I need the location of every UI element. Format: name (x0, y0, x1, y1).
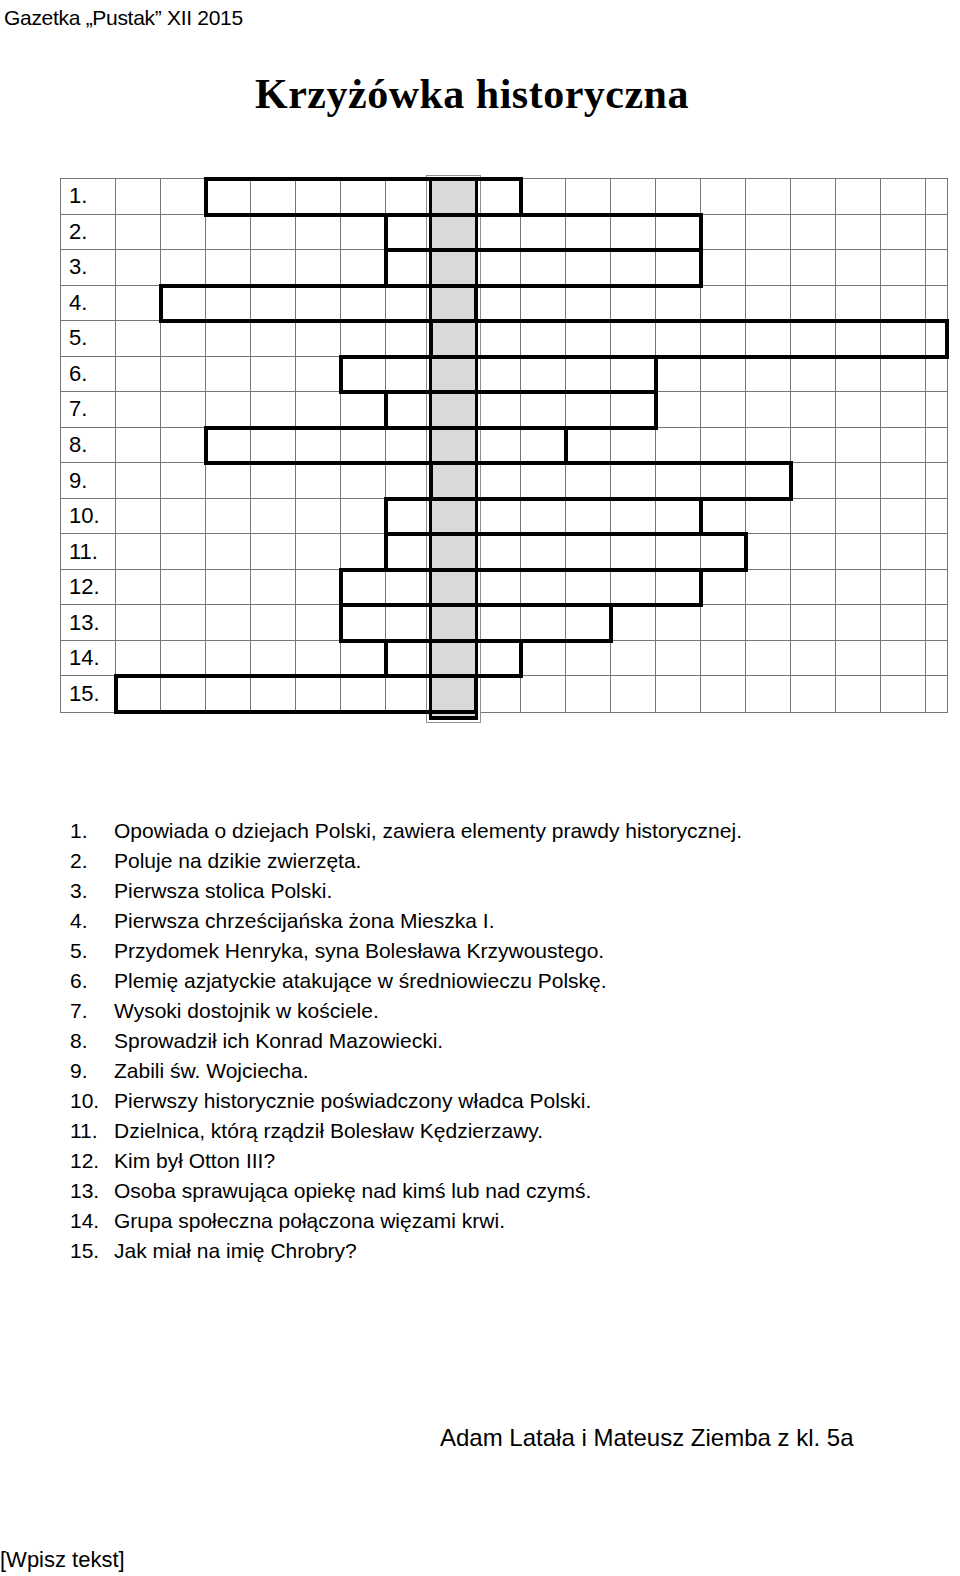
grid-cell (296, 179, 341, 215)
clue-number: 4. (70, 909, 114, 933)
grid-cell (521, 286, 566, 322)
clue-text: Pierwsza stolica Polski. (114, 879, 332, 903)
clue-text: Pierwsza chrześcijańska żona Mieszka I. (114, 909, 494, 933)
grid-cell (161, 215, 206, 251)
grid-cell (611, 392, 656, 428)
grid-cell (791, 179, 836, 215)
grid-cell (161, 179, 206, 215)
grid-cell (386, 250, 431, 286)
grid-cell (926, 321, 947, 357)
clue-text: Sprowadził ich Konrad Mazowiecki. (114, 1029, 443, 1053)
grid-cell (251, 392, 296, 428)
grid-cell (566, 321, 611, 357)
authors-credit: Adam Latała i Mateusz Ziemba z kl. 5a (440, 1424, 854, 1452)
grid-cell (791, 499, 836, 535)
grid-cell (476, 392, 521, 428)
grid-cell (116, 570, 161, 606)
grid-cell (251, 321, 296, 357)
grid-cell (791, 641, 836, 677)
grid-cell (881, 215, 926, 251)
clue-item: 4.Pierwsza chrześcijańska żona Mieszka I… (70, 906, 930, 936)
grid-cell (611, 179, 656, 215)
grid-cell (251, 215, 296, 251)
grid-cell (611, 250, 656, 286)
grid-cell (386, 428, 431, 464)
grid-cell (161, 641, 206, 677)
grid-cell (296, 321, 341, 357)
grid-cell (791, 215, 836, 251)
grid-cell (656, 179, 701, 215)
grid-cell (746, 570, 791, 606)
grid-cell (251, 357, 296, 393)
clue-number: 10. (70, 1089, 114, 1113)
grid-cell (341, 357, 386, 393)
clue-number: 15. (70, 1239, 114, 1263)
grid-cell (746, 286, 791, 322)
grid-cell (296, 676, 341, 712)
grid-cell (386, 357, 431, 393)
grid-cell (746, 499, 791, 535)
grid-cell (566, 570, 611, 606)
grid-cell (836, 179, 881, 215)
row-label: 11. (61, 534, 116, 570)
grid-cell (206, 215, 251, 251)
grid-cell (836, 215, 881, 251)
grid-cell (296, 215, 341, 251)
grid-cell (881, 428, 926, 464)
clue-text: Kim był Otton III? (114, 1149, 275, 1173)
grid-cell (836, 392, 881, 428)
grid-cell (656, 286, 701, 322)
grid-cell (836, 250, 881, 286)
grid-cell (251, 250, 296, 286)
grid-cell (791, 286, 836, 322)
row-label: 14. (61, 641, 116, 677)
grid-cell (926, 463, 947, 499)
grid-cell (476, 250, 521, 286)
grid-cell (476, 534, 521, 570)
grid-cell (836, 321, 881, 357)
grid-cell (566, 179, 611, 215)
grid-cell (116, 499, 161, 535)
grid-cell (566, 250, 611, 286)
clue-number: 5. (70, 939, 114, 963)
grid-cell (836, 463, 881, 499)
clue-item: 14.Grupa społeczna połączona więzami krw… (70, 1206, 930, 1236)
grid-cell (791, 570, 836, 606)
grid-cell (206, 321, 251, 357)
grid-cell (251, 428, 296, 464)
clue-number: 2. (70, 849, 114, 873)
clue-text: Pierwszy historycznie poświadczony władc… (114, 1089, 591, 1113)
grid-cell (116, 641, 161, 677)
grid-cell (611, 570, 656, 606)
grid-cell (161, 463, 206, 499)
grid-cell (206, 428, 251, 464)
row-label: 13. (61, 605, 116, 641)
grid-cell (521, 499, 566, 535)
grid-cell (206, 605, 251, 641)
row-label: 8. (61, 428, 116, 464)
clue-item: 8.Sprowadził ich Konrad Mazowiecki. (70, 1026, 930, 1056)
grid-cell (566, 428, 611, 464)
clue-item: 7.Wysoki dostojnik w kościele. (70, 996, 930, 1026)
grid-cell (476, 570, 521, 606)
grid-cell (791, 534, 836, 570)
row-label: 15. (61, 676, 116, 712)
grid-cell (296, 534, 341, 570)
grid-cell (791, 392, 836, 428)
row-label: 5. (61, 321, 116, 357)
grid-cell (296, 570, 341, 606)
row-label: 12. (61, 570, 116, 606)
row-label: 7. (61, 392, 116, 428)
grid-cell (566, 392, 611, 428)
grid-cell (521, 534, 566, 570)
grid-cell (476, 676, 521, 712)
grid-cell (701, 357, 746, 393)
clue-list: 1.Opowiada o dziejach Polski, zawiera el… (70, 816, 930, 1266)
grid-cell (656, 534, 701, 570)
clue-number: 3. (70, 879, 114, 903)
grid-cell (701, 321, 746, 357)
grid-cell (926, 428, 947, 464)
grid-cell (746, 179, 791, 215)
grid-cell (341, 676, 386, 712)
grid-cell (161, 286, 206, 322)
grid-cell (521, 676, 566, 712)
grid-cell (341, 215, 386, 251)
grid-cell (881, 286, 926, 322)
grid-cell (611, 676, 656, 712)
grid-cell (836, 570, 881, 606)
grid-cell (611, 499, 656, 535)
grid-cell (116, 428, 161, 464)
grid-cell (746, 321, 791, 357)
grid-cell (161, 676, 206, 712)
grid-cell (881, 676, 926, 712)
grid-cell (746, 215, 791, 251)
grid-cell (116, 392, 161, 428)
grid-cell (701, 570, 746, 606)
grid-cell (656, 463, 701, 499)
grid-cell (386, 641, 431, 677)
clue-text: Opowiada o dziejach Polski, zawiera elem… (114, 819, 742, 843)
grid-cell (386, 392, 431, 428)
grid-cell (251, 605, 296, 641)
grid-cell (341, 463, 386, 499)
grid-cell (656, 428, 701, 464)
grid-cell (251, 179, 296, 215)
grid-cell (251, 463, 296, 499)
grid-cell (566, 676, 611, 712)
grid-cell (116, 179, 161, 215)
grid-cell (161, 250, 206, 286)
grid-cell (116, 250, 161, 286)
grid-cell (476, 499, 521, 535)
grid-cell (116, 676, 161, 712)
grid-cell (386, 463, 431, 499)
clue-text: Plemię azjatyckie atakujące w średniowie… (114, 969, 607, 993)
grid-cell (881, 534, 926, 570)
grid-cell (881, 499, 926, 535)
grid-cell (206, 534, 251, 570)
grid-cell (791, 357, 836, 393)
grid-cell (746, 392, 791, 428)
grid-cell (341, 250, 386, 286)
grid-cell (656, 250, 701, 286)
grid-cell (341, 179, 386, 215)
grid-cell (341, 392, 386, 428)
grid-cell (746, 676, 791, 712)
row-label: 1. (61, 179, 116, 215)
row-label: 4. (61, 286, 116, 322)
grid-cell (656, 499, 701, 535)
grid-cell (386, 605, 431, 641)
grid-cell (116, 605, 161, 641)
grid-cell (746, 534, 791, 570)
grid-cell (161, 605, 206, 641)
clue-number: 9. (70, 1059, 114, 1083)
clue-number: 1. (70, 819, 114, 843)
grid-cell (881, 463, 926, 499)
grid-cell (476, 286, 521, 322)
grid-cell (611, 428, 656, 464)
grid-cell (476, 463, 521, 499)
grid-cell (161, 534, 206, 570)
grid-cell (296, 641, 341, 677)
grid-cell (161, 570, 206, 606)
grid-cell (926, 250, 947, 286)
clue-number: 6. (70, 969, 114, 993)
grid-cell (701, 676, 746, 712)
grid-cell (701, 499, 746, 535)
grid-cell (746, 605, 791, 641)
grid-cell (116, 357, 161, 393)
grid-cell (701, 641, 746, 677)
clue-text: Poluje na dzikie zwierzęta. (114, 849, 361, 873)
newspaper-header: Gazetka „Pustak” XII 2015 (4, 6, 243, 30)
grid-cell (476, 641, 521, 677)
grid-cell (161, 392, 206, 428)
grid-cell (386, 570, 431, 606)
grid-cell (701, 179, 746, 215)
grid-cell (881, 392, 926, 428)
grid-cell (611, 286, 656, 322)
grid-cell (251, 641, 296, 677)
grid-cell (206, 463, 251, 499)
clue-item: 5.Przydomek Henryka, syna Bolesława Krzy… (70, 936, 930, 966)
grid-cell (746, 250, 791, 286)
grid-cell (611, 463, 656, 499)
grid-cell (296, 286, 341, 322)
grid-cell (341, 605, 386, 641)
grid-cell (206, 676, 251, 712)
grid-cell (521, 570, 566, 606)
grid-cell (611, 534, 656, 570)
grid-cell (206, 250, 251, 286)
grid-cell (476, 321, 521, 357)
clue-number: 13. (70, 1179, 114, 1203)
clue-item: 12.Kim był Otton III? (70, 1146, 930, 1176)
grid-cell (836, 357, 881, 393)
clue-item: 6.Plemię azjatyckie atakujące w średniow… (70, 966, 930, 996)
grid-cell (791, 428, 836, 464)
grid-cell (926, 215, 947, 251)
grid-cell (116, 321, 161, 357)
grid-cell (296, 250, 341, 286)
grid-cell (161, 357, 206, 393)
grid-cell (341, 499, 386, 535)
grid-cell (656, 605, 701, 641)
grid-cell (701, 250, 746, 286)
grid-cell (341, 641, 386, 677)
grid-cell (656, 321, 701, 357)
grid-cell (206, 641, 251, 677)
grid-cell (656, 641, 701, 677)
grid-cell (386, 499, 431, 535)
grid-cell (881, 605, 926, 641)
clue-item: 15.Jak miał na imię Chrobry? (70, 1236, 930, 1266)
grid-cell (296, 605, 341, 641)
grid-cell (521, 179, 566, 215)
grid-cell (836, 534, 881, 570)
grid-cell (476, 179, 521, 215)
grid-cell (791, 250, 836, 286)
grid-cell (386, 286, 431, 322)
grid-cell (521, 321, 566, 357)
clue-number: 12. (70, 1149, 114, 1173)
grid-cell (746, 357, 791, 393)
grid-cell (611, 641, 656, 677)
grid-cell (746, 463, 791, 499)
grid-cell (476, 357, 521, 393)
grid-cell (881, 250, 926, 286)
page-title: Krzyżówka historyczna (0, 70, 944, 118)
grid-cell (881, 357, 926, 393)
grid-cell (656, 215, 701, 251)
grid-cell (296, 428, 341, 464)
grid-cell (566, 534, 611, 570)
clue-number: 14. (70, 1209, 114, 1233)
grid-cell (701, 392, 746, 428)
row-label: 10. (61, 499, 116, 535)
grid-cell (251, 499, 296, 535)
grid-cell (521, 605, 566, 641)
clue-item: 3.Pierwsza stolica Polski. (70, 876, 930, 906)
grid-cell (701, 605, 746, 641)
grid-cell (206, 570, 251, 606)
grid-cell (206, 499, 251, 535)
grid-cell (521, 428, 566, 464)
grid-cell (836, 499, 881, 535)
grid-cell (656, 570, 701, 606)
grid-cell (926, 605, 947, 641)
grid-cell (206, 392, 251, 428)
grid-cell (251, 570, 296, 606)
grid-cell (881, 570, 926, 606)
grid-cell (926, 676, 947, 712)
clue-text: Zabili św. Wojciecha. (114, 1059, 309, 1083)
grid-cell (836, 605, 881, 641)
grid-cell (701, 286, 746, 322)
clue-item: 10.Pierwszy historycznie poświadczony wł… (70, 1086, 930, 1116)
row-label: 9. (61, 463, 116, 499)
grid-cell (116, 534, 161, 570)
grid-cell (746, 428, 791, 464)
clue-number: 7. (70, 999, 114, 1023)
clue-text: Przydomek Henryka, syna Bolesława Krzywo… (114, 939, 604, 963)
grid-cell (521, 357, 566, 393)
row-label: 2. (61, 215, 116, 251)
clue-item: 13.Osoba sprawująca opiekę nad kimś lub … (70, 1176, 930, 1206)
grid-cell (566, 641, 611, 677)
grid-cell (521, 215, 566, 251)
grid-cell (251, 534, 296, 570)
grid-cell (386, 179, 431, 215)
grid-cell (926, 286, 947, 322)
grid-cell (341, 570, 386, 606)
grid-cell (926, 534, 947, 570)
grid-cell (791, 605, 836, 641)
grid-cell (116, 463, 161, 499)
grid-cell (701, 215, 746, 251)
grid-cell (926, 641, 947, 677)
grid-cell (566, 357, 611, 393)
grid-cell (836, 641, 881, 677)
grid-cell (611, 215, 656, 251)
row-label: 6. (61, 357, 116, 393)
grid-cell (251, 676, 296, 712)
grid-cell (926, 499, 947, 535)
grid-cell (566, 286, 611, 322)
grid-cell (881, 321, 926, 357)
clue-text: Jak miał na imię Chrobry? (114, 1239, 357, 1263)
grid-cell (116, 215, 161, 251)
grid-cell (386, 321, 431, 357)
clue-text: Grupa społeczna połączona więzami krwi. (114, 1209, 505, 1233)
clue-item: 9.Zabili św. Wojciecha. (70, 1056, 930, 1086)
grid-cell (836, 676, 881, 712)
clue-number: 11. (70, 1119, 114, 1143)
grid-cell (476, 428, 521, 464)
grid-cell (341, 534, 386, 570)
grid-cell (251, 286, 296, 322)
grid-cell (926, 570, 947, 606)
word-text-placeholder: [Wpisz tekst] (0, 1547, 125, 1573)
grid-cell (521, 392, 566, 428)
grid-cell (881, 179, 926, 215)
grid-cell (296, 463, 341, 499)
grid-cell (161, 321, 206, 357)
grid-cell (341, 428, 386, 464)
grid-cell (566, 463, 611, 499)
grid-cell (701, 463, 746, 499)
grid-cell (296, 357, 341, 393)
grid-cell (926, 357, 947, 393)
grid-cell (611, 605, 656, 641)
grid-cell (161, 428, 206, 464)
clue-text: Wysoki dostojnik w kościele. (114, 999, 379, 1023)
grid-cell (341, 321, 386, 357)
grid-cell (521, 641, 566, 677)
grid-cell (836, 428, 881, 464)
grid-cell (386, 676, 431, 712)
grid-cell (701, 534, 746, 570)
clue-text: Osoba sprawująca opiekę nad kimś lub nad… (114, 1179, 591, 1203)
grid-cell (566, 215, 611, 251)
grid-cell (206, 357, 251, 393)
